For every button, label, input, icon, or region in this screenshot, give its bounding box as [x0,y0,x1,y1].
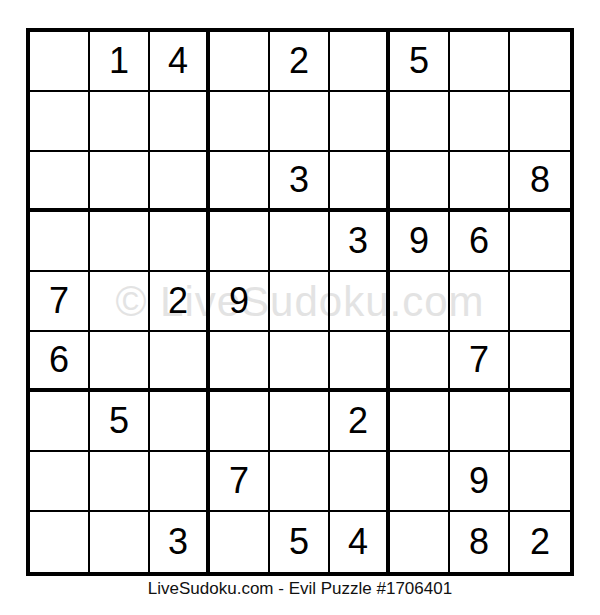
cell-r9c2[interactable] [90,512,150,572]
puzzle-caption: LiveSudoku.com - Evil Puzzle #1706401 [0,579,600,599]
cell-r8c2[interactable] [90,452,150,512]
cell-r3c8[interactable] [450,152,510,212]
cell-r7c5[interactable] [270,392,330,452]
cell-r1c1[interactable] [30,32,90,92]
cell-r9c7[interactable] [390,512,450,572]
cell-r8c7[interactable] [390,452,450,512]
cell-r4c2[interactable] [90,212,150,272]
cell-r8c5[interactable] [270,452,330,512]
cell-r4c9[interactable] [510,212,570,272]
cell-r9c9[interactable]: 2 [510,512,570,572]
cell-r2c7[interactable] [390,92,450,152]
cell-r5c2[interactable] [90,272,150,332]
cell-r8c1[interactable] [30,452,90,512]
cell-r5c7[interactable] [390,272,450,332]
cell-r6c4[interactable] [210,332,270,392]
sudoku-board: © LiveSudoku.com 14253839672967527935482 [26,28,574,576]
cell-r4c7[interactable]: 9 [390,212,450,272]
cell-r6c1[interactable]: 6 [30,332,90,392]
cell-r8c3[interactable] [150,452,210,512]
cell-r4c3[interactable] [150,212,210,272]
cell-r2c1[interactable] [30,92,90,152]
cell-r2c4[interactable] [210,92,270,152]
cell-r7c8[interactable] [450,392,510,452]
cell-r9c8[interactable]: 8 [450,512,510,572]
cell-r8c9[interactable] [510,452,570,512]
cell-r7c9[interactable] [510,392,570,452]
cell-r1c5[interactable]: 2 [270,32,330,92]
cell-r2c9[interactable] [510,92,570,152]
cell-r3c4[interactable] [210,152,270,212]
cell-r9c5[interactable]: 5 [270,512,330,572]
cell-r6c8[interactable]: 7 [450,332,510,392]
cell-r2c8[interactable] [450,92,510,152]
cell-r1c7[interactable]: 5 [390,32,450,92]
cell-r7c3[interactable] [150,392,210,452]
cell-r3c3[interactable] [150,152,210,212]
cell-r3c7[interactable] [390,152,450,212]
cell-r1c4[interactable] [210,32,270,92]
cell-r3c2[interactable] [90,152,150,212]
cell-r2c3[interactable] [150,92,210,152]
cell-r6c5[interactable] [270,332,330,392]
cell-r3c5[interactable]: 3 [270,152,330,212]
cell-r3c9[interactable]: 8 [510,152,570,212]
cell-r6c2[interactable] [90,332,150,392]
cell-r8c4[interactable]: 7 [210,452,270,512]
cell-r7c6[interactable]: 2 [330,392,390,452]
cell-r4c4[interactable] [210,212,270,272]
cell-r9c3[interactable]: 3 [150,512,210,572]
cell-r9c6[interactable]: 4 [330,512,390,572]
cell-r3c1[interactable] [30,152,90,212]
cell-r9c4[interactable] [210,512,270,572]
cell-r1c3[interactable]: 4 [150,32,210,92]
cell-r1c6[interactable] [330,32,390,92]
cell-r5c9[interactable] [510,272,570,332]
cell-r7c2[interactable]: 5 [90,392,150,452]
cell-r5c1[interactable]: 7 [30,272,90,332]
cell-r5c4[interactable]: 9 [210,272,270,332]
cell-r2c5[interactable] [270,92,330,152]
cell-r6c9[interactable] [510,332,570,392]
cell-r5c5[interactable] [270,272,330,332]
cell-r7c4[interactable] [210,392,270,452]
cell-r5c3[interactable]: 2 [150,272,210,332]
cell-r4c8[interactable]: 6 [450,212,510,272]
cell-r6c6[interactable] [330,332,390,392]
cell-r1c9[interactable] [510,32,570,92]
cell-r3c6[interactable] [330,152,390,212]
cell-r6c7[interactable] [390,332,450,392]
cell-r5c8[interactable] [450,272,510,332]
cell-r2c6[interactable] [330,92,390,152]
cell-r4c6[interactable]: 3 [330,212,390,272]
cell-r4c1[interactable] [30,212,90,272]
cell-r9c1[interactable] [30,512,90,572]
cell-r6c3[interactable] [150,332,210,392]
cell-r4c5[interactable] [270,212,330,272]
cell-r7c7[interactable] [390,392,450,452]
cell-r5c6[interactable] [330,272,390,332]
cell-r8c8[interactable]: 9 [450,452,510,512]
cell-r7c1[interactable] [30,392,90,452]
cell-r1c8[interactable] [450,32,510,92]
cell-r1c2[interactable]: 1 [90,32,150,92]
cell-r2c2[interactable] [90,92,150,152]
cell-r8c6[interactable] [330,452,390,512]
